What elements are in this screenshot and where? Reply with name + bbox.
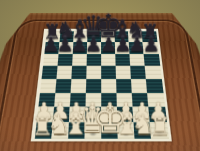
square-h5[interactable] (145, 66, 161, 79)
square-f6[interactable] (115, 54, 130, 66)
square-h1[interactable]: ♜ (150, 122, 168, 138)
square-b6[interactable] (57, 54, 72, 66)
square-b5[interactable] (56, 66, 72, 79)
board-plane: ♜♞♝♛♚♝♞♜♟♟♟♟♟♟♟♟♟♟♟♟♟♟♟♟♜♞♝♛♚♝♞♜ (0, 13, 200, 151)
square-h6[interactable] (144, 54, 160, 66)
square-a5[interactable] (41, 66, 57, 79)
square-h7[interactable]: ♟ (143, 42, 158, 54)
square-f5[interactable] (116, 66, 131, 79)
chess-app-stage: ♜♞♝♛♚♝♞♜♟♟♟♟♟♟♟♟♟♟♟♟♟♟♟♟♜♞♝♛♚♝♞♜ (0, 0, 200, 151)
square-d5[interactable] (86, 66, 101, 79)
square-a4[interactable] (39, 79, 56, 93)
square-c5[interactable] (71, 66, 86, 79)
square-g6[interactable] (130, 54, 145, 66)
piece-white-rook[interactable]: ♜ (149, 114, 171, 138)
square-h4[interactable] (146, 79, 163, 93)
square-g4[interactable] (131, 79, 147, 93)
square-d6[interactable] (86, 54, 101, 66)
square-a6[interactable] (42, 54, 58, 66)
square-e4[interactable] (101, 79, 116, 93)
chess-board-frame: ♜♞♝♛♚♝♞♜♟♟♟♟♟♟♟♟♟♟♟♟♟♟♟♟♜♞♝♛♚♝♞♜ (31, 29, 172, 142)
piece-black-pawn[interactable]: ♟ (142, 34, 160, 54)
square-e5[interactable] (101, 66, 116, 79)
square-d4[interactable] (86, 79, 101, 93)
square-f4[interactable] (116, 79, 132, 93)
square-b4[interactable] (55, 79, 71, 93)
chess-board-grid: ♜♞♝♛♚♝♞♜♟♟♟♟♟♟♟♟♟♟♟♟♟♟♟♟♜♞♝♛♚♝♞♜ (34, 31, 168, 138)
table-scene: ♜♞♝♛♚♝♞♜♟♟♟♟♟♟♟♟♟♟♟♟♟♟♟♟♜♞♝♛♚♝♞♜ (0, 0, 200, 151)
square-g5[interactable] (130, 66, 146, 79)
square-e6[interactable] (101, 54, 116, 66)
square-c4[interactable] (70, 79, 86, 93)
square-c6[interactable] (72, 54, 87, 66)
